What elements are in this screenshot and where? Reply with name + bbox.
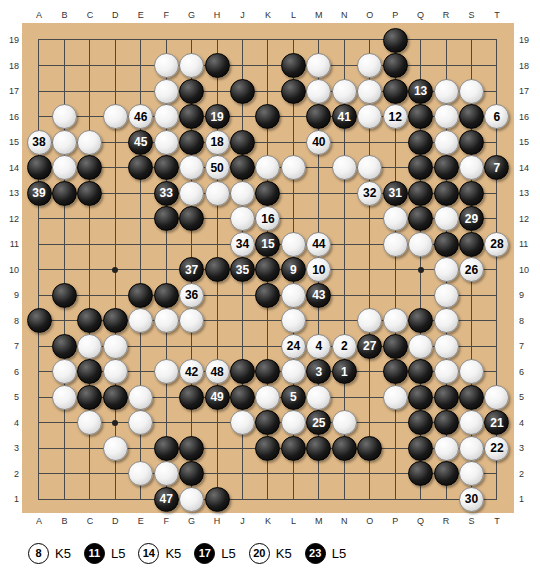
black-stone-H10 <box>205 257 230 282</box>
row-label-left: 4 <box>1 417 19 429</box>
black-stone-E15: 45 <box>128 130 153 155</box>
black-stone-F1: 47 <box>154 487 179 512</box>
black-stone-L5: 5 <box>281 385 306 410</box>
col-label-top: N <box>335 9 353 21</box>
black-stone-J17 <box>230 79 255 104</box>
black-stone-Q14 <box>408 155 433 180</box>
row-label-right: 14 <box>519 162 539 174</box>
row-label-left: 13 <box>1 187 19 199</box>
black-stone-H1 <box>205 487 230 512</box>
col-label-bottom: B <box>55 515 73 527</box>
white-stone-T11: 28 <box>484 232 509 257</box>
col-label-bottom: K <box>259 515 277 527</box>
black-stone-Q13 <box>408 181 433 206</box>
row-label-right: 18 <box>519 60 539 72</box>
white-stone-S1: 30 <box>459 487 484 512</box>
black-stone-J5 <box>230 385 255 410</box>
black-stone-Q17: 13 <box>408 79 433 104</box>
star-point <box>418 267 424 273</box>
black-stone-N3 <box>332 436 357 461</box>
black-stone-O7: 27 <box>357 334 382 359</box>
col-label-top: M <box>310 9 328 21</box>
black-stone-H16: 19 <box>205 104 230 129</box>
col-label-top: A <box>30 9 48 21</box>
white-stone-G14 <box>179 155 204 180</box>
black-stone-L17 <box>281 79 306 104</box>
col-label-bottom: Q <box>412 515 430 527</box>
white-stone-N14 <box>332 155 357 180</box>
white-stone-J11: 34 <box>230 232 255 257</box>
white-stone-P12 <box>383 206 408 231</box>
white-stone-L14 <box>281 155 306 180</box>
white-stone-B15 <box>52 130 77 155</box>
white-stone-R12 <box>434 206 459 231</box>
black-stone-S13 <box>459 181 484 206</box>
white-stone-D6 <box>103 359 128 384</box>
white-stone-R8 <box>434 308 459 333</box>
black-stone-J10: 35 <box>230 257 255 282</box>
col-label-top: L <box>284 9 302 21</box>
white-stone-D3 <box>103 436 128 461</box>
col-label-bottom: M <box>310 515 328 527</box>
black-stone-G16 <box>179 104 204 129</box>
white-stone-F6 <box>154 359 179 384</box>
white-stone-S4 <box>459 410 484 435</box>
row-label-left: 1 <box>1 493 19 505</box>
caption-coord: L5 <box>111 546 125 561</box>
black-stone-H5: 49 <box>205 385 230 410</box>
caption-move-8: 8 <box>28 543 49 564</box>
white-stone-M17 <box>306 79 331 104</box>
white-stone-G18 <box>179 53 204 78</box>
white-stone-N7: 2 <box>332 334 357 359</box>
black-stone-L10: 9 <box>281 257 306 282</box>
row-label-left: 6 <box>1 366 19 378</box>
row-label-right: 6 <box>519 366 539 378</box>
star-point <box>112 420 118 426</box>
col-label-bottom: L <box>284 515 302 527</box>
white-stone-G13 <box>179 181 204 206</box>
col-label-bottom: A <box>30 515 48 527</box>
col-label-bottom: R <box>437 515 455 527</box>
white-stone-Q7 <box>408 334 433 359</box>
black-stone-O3 <box>357 436 382 461</box>
white-stone-H15: 18 <box>205 130 230 155</box>
col-label-top: P <box>386 9 404 21</box>
black-stone-Q16 <box>408 104 433 129</box>
caption-coord: K5 <box>276 546 292 561</box>
white-stone-J4 <box>230 410 255 435</box>
row-label-left: 16 <box>1 111 19 123</box>
row-label-right: 17 <box>519 85 539 97</box>
black-stone-L3 <box>281 436 306 461</box>
row-label-right: 19 <box>519 34 539 46</box>
white-stone-F15 <box>154 130 179 155</box>
col-label-bottom: C <box>81 515 99 527</box>
go-diagram: 8K511L514K517L520K523L5 AABBCCDDEEFFGGHH… <box>0 0 540 578</box>
black-stone-R13 <box>434 181 459 206</box>
white-stone-S3 <box>459 436 484 461</box>
row-label-right: 13 <box>519 187 539 199</box>
white-stone-Q11 <box>408 232 433 257</box>
row-label-left: 9 <box>1 289 19 301</box>
col-label-top: T <box>488 9 506 21</box>
white-stone-L9 <box>281 283 306 308</box>
black-stone-F13: 33 <box>154 181 179 206</box>
black-stone-H18 <box>205 53 230 78</box>
row-label-left: 12 <box>1 213 19 225</box>
black-stone-J6 <box>230 359 255 384</box>
col-label-top: G <box>183 9 201 21</box>
white-stone-M11: 44 <box>306 232 331 257</box>
black-stone-S16 <box>459 104 484 129</box>
row-label-right: 1 <box>519 493 539 505</box>
black-stone-E9 <box>128 283 153 308</box>
white-stone-T3: 22 <box>484 436 509 461</box>
black-stone-J14 <box>230 155 255 180</box>
black-stone-F3 <box>154 436 179 461</box>
black-stone-G5 <box>179 385 204 410</box>
white-stone-P8 <box>383 308 408 333</box>
col-label-top: S <box>462 9 480 21</box>
black-stone-K13 <box>255 181 280 206</box>
white-stone-O17 <box>357 79 382 104</box>
black-stone-P7 <box>383 334 408 359</box>
col-label-top: Q <box>412 9 430 21</box>
black-stone-M9: 43 <box>306 283 331 308</box>
col-label-bottom: G <box>183 515 201 527</box>
white-stone-H13 <box>205 181 230 206</box>
row-label-right: 11 <box>519 238 539 250</box>
col-label-top: K <box>259 9 277 21</box>
white-stone-F16 <box>154 104 179 129</box>
caption-coord: K5 <box>165 546 181 561</box>
black-stone-J15 <box>230 130 255 155</box>
row-label-right: 9 <box>519 289 539 301</box>
white-stone-D7 <box>103 334 128 359</box>
row-label-left: 2 <box>1 468 19 480</box>
black-stone-Q5 <box>408 385 433 410</box>
col-label-top: D <box>106 9 124 21</box>
row-label-left: 18 <box>1 60 19 72</box>
black-stone-A8 <box>27 308 52 333</box>
black-stone-B9 <box>52 283 77 308</box>
black-stone-R5 <box>434 385 459 410</box>
white-stone-L6 <box>281 359 306 384</box>
col-label-bottom: H <box>208 515 226 527</box>
col-label-bottom: P <box>386 515 404 527</box>
white-stone-A15: 38 <box>27 130 52 155</box>
col-label-bottom: N <box>335 515 353 527</box>
black-stone-Q3 <box>408 436 433 461</box>
black-stone-N16: 41 <box>332 104 357 129</box>
black-stone-D8 <box>103 308 128 333</box>
row-label-right: 10 <box>519 264 539 276</box>
white-stone-M15: 40 <box>306 130 331 155</box>
black-stone-R4 <box>434 410 459 435</box>
grid-line <box>39 65 497 66</box>
black-stone-G2 <box>179 461 204 486</box>
white-stone-L8 <box>281 308 306 333</box>
black-stone-Q8 <box>408 308 433 333</box>
white-stone-E5 <box>128 385 153 410</box>
white-stone-S2 <box>459 461 484 486</box>
col-label-top: O <box>361 9 379 21</box>
white-stone-M5 <box>306 385 331 410</box>
black-stone-B7 <box>52 334 77 359</box>
row-label-right: 15 <box>519 136 539 148</box>
black-stone-S12: 29 <box>459 206 484 231</box>
white-stone-B6 <box>52 359 77 384</box>
caption-move-17: 17 <box>194 543 215 564</box>
black-stone-Q15 <box>408 130 433 155</box>
caption-coord: K5 <box>55 546 71 561</box>
white-stone-D16 <box>103 104 128 129</box>
caption-coord: L5 <box>221 546 235 561</box>
row-label-left: 14 <box>1 162 19 174</box>
caption-move-11: 11 <box>84 543 105 564</box>
white-stone-R7 <box>434 334 459 359</box>
white-stone-C7 <box>77 334 102 359</box>
white-stone-P16: 12 <box>383 104 408 129</box>
black-stone-P18 <box>383 53 408 78</box>
black-stone-Q12 <box>408 206 433 231</box>
black-stone-Q4 <box>408 410 433 435</box>
black-stone-Q2 <box>408 461 433 486</box>
black-stone-F12 <box>154 206 179 231</box>
white-stone-B16 <box>52 104 77 129</box>
black-stone-K9 <box>255 283 280 308</box>
black-stone-S11 <box>459 232 484 257</box>
white-stone-B14 <box>52 155 77 180</box>
row-label-left: 19 <box>1 34 19 46</box>
black-stone-D5 <box>103 385 128 410</box>
black-stone-G15 <box>179 130 204 155</box>
black-stone-P17 <box>383 79 408 104</box>
row-label-right: 2 <box>519 468 539 480</box>
col-label-top: H <box>208 9 226 21</box>
white-stone-H6: 48 <box>205 359 230 384</box>
white-stone-L4 <box>281 410 306 435</box>
white-stone-S14 <box>459 155 484 180</box>
col-label-bottom: S <box>462 515 480 527</box>
col-label-bottom: O <box>361 515 379 527</box>
col-label-top: J <box>234 9 252 21</box>
white-stone-G8 <box>179 308 204 333</box>
col-label-bottom: J <box>234 515 252 527</box>
white-stone-L7: 24 <box>281 334 306 359</box>
white-stone-G1 <box>179 487 204 512</box>
col-label-bottom: F <box>157 515 175 527</box>
black-stone-C13 <box>77 181 102 206</box>
white-stone-N17 <box>332 79 357 104</box>
black-stone-A13: 39 <box>27 181 52 206</box>
caption-move-14: 14 <box>138 543 159 564</box>
white-stone-F8 <box>154 308 179 333</box>
col-label-top: B <box>55 9 73 21</box>
white-stone-T5 <box>484 385 509 410</box>
row-label-right: 4 <box>519 417 539 429</box>
row-label-left: 10 <box>1 264 19 276</box>
white-stone-R9 <box>434 283 459 308</box>
white-stone-F2 <box>154 461 179 486</box>
white-stone-R17 <box>434 79 459 104</box>
white-stone-M7: 4 <box>306 334 331 359</box>
white-stone-C15 <box>77 130 102 155</box>
black-stone-P13: 31 <box>383 181 408 206</box>
caption-move-23: 23 <box>305 543 326 564</box>
black-stone-G12 <box>179 206 204 231</box>
white-stone-F17 <box>154 79 179 104</box>
black-stone-R2 <box>434 461 459 486</box>
black-stone-K11: 15 <box>255 232 280 257</box>
white-stone-R10 <box>434 257 459 282</box>
black-stone-G17 <box>179 79 204 104</box>
row-label-right: 3 <box>519 442 539 454</box>
white-stone-R6 <box>434 359 459 384</box>
white-stone-R16 <box>434 104 459 129</box>
caption-coord: L5 <box>332 546 346 561</box>
row-label-right: 7 <box>519 340 539 352</box>
black-stone-P6 <box>383 359 408 384</box>
white-stone-L11 <box>281 232 306 257</box>
black-stone-G3 <box>179 436 204 461</box>
black-stone-L18 <box>281 53 306 78</box>
row-label-left: 3 <box>1 442 19 454</box>
white-stone-S10: 26 <box>459 257 484 282</box>
col-label-top: E <box>132 9 150 21</box>
white-stone-S17 <box>459 79 484 104</box>
white-stone-O13: 32 <box>357 181 382 206</box>
col-label-bottom: T <box>488 515 506 527</box>
caption: 8K511L514K517L520K523L5 <box>28 540 359 566</box>
black-stone-B13 <box>52 181 77 206</box>
col-label-top: F <box>157 9 175 21</box>
row-label-left: 15 <box>1 136 19 148</box>
col-label-bottom: E <box>132 515 150 527</box>
row-label-left: 5 <box>1 391 19 403</box>
white-stone-P5 <box>383 385 408 410</box>
white-stone-K5 <box>255 385 280 410</box>
black-stone-F9 <box>154 283 179 308</box>
col-label-top: C <box>81 9 99 21</box>
row-label-left: 8 <box>1 315 19 327</box>
black-stone-R11 <box>434 232 459 257</box>
white-stone-J12 <box>230 206 255 231</box>
star-point <box>112 267 118 273</box>
row-label-left: 11 <box>1 238 19 250</box>
white-stone-R3 <box>434 436 459 461</box>
row-label-left: 7 <box>1 340 19 352</box>
white-stone-R15 <box>434 130 459 155</box>
black-stone-R14 <box>434 155 459 180</box>
white-stone-F18 <box>154 53 179 78</box>
white-stone-N4 <box>332 410 357 435</box>
black-stone-C5 <box>77 385 102 410</box>
row-label-right: 16 <box>519 111 539 123</box>
black-stone-M3 <box>306 436 331 461</box>
white-stone-G9: 36 <box>179 283 204 308</box>
black-stone-A14 <box>27 155 52 180</box>
white-stone-H14: 50 <box>205 155 230 180</box>
black-stone-N6: 1 <box>332 359 357 384</box>
black-stone-S15 <box>459 130 484 155</box>
caption-move-20: 20 <box>249 543 270 564</box>
black-stone-F14 <box>154 155 179 180</box>
row-label-right: 8 <box>519 315 539 327</box>
col-label-bottom: D <box>106 515 124 527</box>
white-stone-G6: 42 <box>179 359 204 384</box>
black-stone-G10: 37 <box>179 257 204 282</box>
white-stone-P11 <box>383 232 408 257</box>
row-label-right: 5 <box>519 391 539 403</box>
row-label-right: 12 <box>519 213 539 225</box>
white-stone-S6 <box>459 359 484 384</box>
black-stone-Q6 <box>408 359 433 384</box>
row-label-left: 17 <box>1 85 19 97</box>
white-stone-B5 <box>52 385 77 410</box>
col-label-top: R <box>437 9 455 21</box>
black-stone-S5 <box>459 385 484 410</box>
black-stone-K3 <box>255 436 280 461</box>
white-stone-J13 <box>230 181 255 206</box>
black-stone-P19 <box>383 28 408 53</box>
